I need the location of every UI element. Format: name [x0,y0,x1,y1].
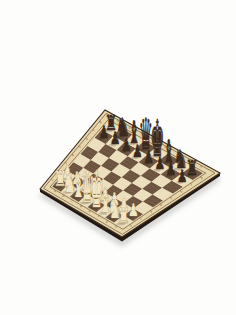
piece-white-r-h1[interactable]: ♜ [117,204,130,227]
piece-black-p-a7[interactable]: ♟ [98,122,109,143]
piece-glyph: ♟ [132,140,143,161]
piece-black-p-f7[interactable]: ♟ [154,153,165,174]
piece-glyph: ♟ [143,147,154,168]
piece-black-p-g7[interactable]: ♟ [165,159,176,180]
piece-glyph: ♟ [110,128,121,149]
piece-black-p-h7[interactable]: ♟ [176,165,187,186]
piece-black-p-b7[interactable]: ♟ [109,128,120,149]
piece-black-p-d7[interactable]: ♟ [132,140,143,161]
piece-black-p-e7[interactable]: ♟ [143,147,154,168]
piece-black-p-c7[interactable]: ♟ [121,134,132,155]
piece-glyph: ♟ [99,122,110,143]
chess-set-photo: aa11bb22cc33dd44ee55ff66gg77hh88♜♞♟♝♟♛♟♚… [0,0,236,315]
chess-board: aa11bb22cc33dd44ee55ff66gg77hh88♜♞♟♝♟♛♟♚… [0,0,236,315]
piece-glyph: ♟ [166,159,177,180]
piece-glyph: ♟ [121,134,132,155]
piece-glyph: ♜ [117,204,130,227]
piece-glyph: ♟ [154,153,165,174]
piece-glyph: ♟ [177,165,188,186]
